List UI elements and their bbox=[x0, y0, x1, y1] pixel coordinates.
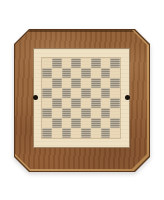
board-square bbox=[52, 128, 62, 138]
board-square bbox=[101, 58, 111, 68]
board-square bbox=[81, 118, 91, 128]
board-square bbox=[81, 98, 91, 108]
tabletop-edge-line bbox=[27, 30, 135, 32]
board-square bbox=[52, 78, 62, 88]
board-square bbox=[71, 58, 81, 68]
board-square bbox=[91, 128, 101, 138]
board-square bbox=[62, 128, 72, 138]
board-square bbox=[91, 88, 101, 98]
board-square bbox=[81, 58, 91, 68]
board-square bbox=[71, 118, 81, 128]
board-square bbox=[62, 108, 72, 118]
board-square bbox=[110, 108, 120, 118]
board-square bbox=[91, 98, 101, 108]
board-square bbox=[42, 108, 52, 118]
chess-board bbox=[42, 58, 120, 138]
board-square bbox=[52, 58, 62, 68]
board-square bbox=[62, 118, 72, 128]
board-square bbox=[91, 78, 101, 88]
board-square bbox=[91, 108, 101, 118]
board-square bbox=[81, 88, 91, 98]
board-square bbox=[91, 68, 101, 78]
board-inlay bbox=[33, 48, 130, 148]
board-square bbox=[110, 78, 120, 88]
board-square bbox=[101, 98, 111, 108]
latch-dot-right bbox=[125, 95, 130, 100]
board-square bbox=[81, 128, 91, 138]
board-square bbox=[52, 68, 62, 78]
board-square bbox=[110, 68, 120, 78]
board-square bbox=[62, 58, 72, 68]
board-square bbox=[71, 88, 81, 98]
board-square bbox=[81, 108, 91, 118]
game-table bbox=[14, 29, 150, 172]
board-square bbox=[71, 108, 81, 118]
board-square bbox=[101, 128, 111, 138]
board-square bbox=[42, 58, 52, 68]
page-background bbox=[0, 0, 164, 200]
board-square bbox=[71, 78, 81, 88]
board-square bbox=[110, 58, 120, 68]
board-square bbox=[42, 88, 52, 98]
board-square bbox=[42, 128, 52, 138]
board-square bbox=[91, 58, 101, 68]
board-square bbox=[110, 98, 120, 108]
board-square bbox=[101, 88, 111, 98]
board-square bbox=[62, 68, 72, 78]
board-square bbox=[71, 128, 81, 138]
board-square bbox=[42, 78, 52, 88]
board-square bbox=[42, 118, 52, 128]
board-square bbox=[81, 68, 91, 78]
board-square bbox=[42, 98, 52, 108]
board-square bbox=[52, 98, 62, 108]
board-square bbox=[110, 128, 120, 138]
board-square bbox=[42, 68, 52, 78]
board-square bbox=[101, 118, 111, 128]
board-square bbox=[101, 68, 111, 78]
board-square bbox=[62, 78, 72, 88]
board-square bbox=[62, 98, 72, 108]
board-square bbox=[71, 98, 81, 108]
board-square bbox=[91, 118, 101, 128]
latch-dot-left bbox=[33, 95, 38, 100]
board-square bbox=[101, 108, 111, 118]
board-square bbox=[81, 78, 91, 88]
board-square bbox=[62, 88, 72, 98]
board-square bbox=[110, 88, 120, 98]
board-square bbox=[52, 118, 62, 128]
board-square bbox=[52, 108, 62, 118]
board-square bbox=[52, 88, 62, 98]
board-square bbox=[71, 68, 81, 78]
board-square bbox=[110, 118, 120, 128]
board-square bbox=[101, 78, 111, 88]
